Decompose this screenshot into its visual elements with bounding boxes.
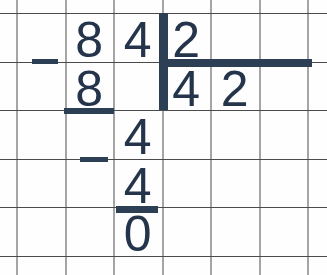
minus-sign-1 — [32, 59, 58, 64]
digit-remainder: 0 — [114, 207, 163, 256]
digit-subtrahend-1: 8 — [65, 62, 114, 111]
digit-divisor: 2 — [162, 13, 211, 62]
minus-sign-2 — [80, 157, 108, 162]
squared-paper-board: 8 4 2 8 4 2 4 4 0 — [0, 0, 327, 275]
digit-subtrahend-2: 4 — [114, 159, 163, 208]
digit-quotient-ones: 2 — [211, 62, 260, 111]
digit-dividend-ones: 4 — [114, 13, 163, 62]
digit-brought-down: 4 — [114, 110, 163, 159]
digit-quotient-tens: 4 — [162, 62, 211, 111]
digit-dividend-tens: 8 — [65, 13, 114, 62]
